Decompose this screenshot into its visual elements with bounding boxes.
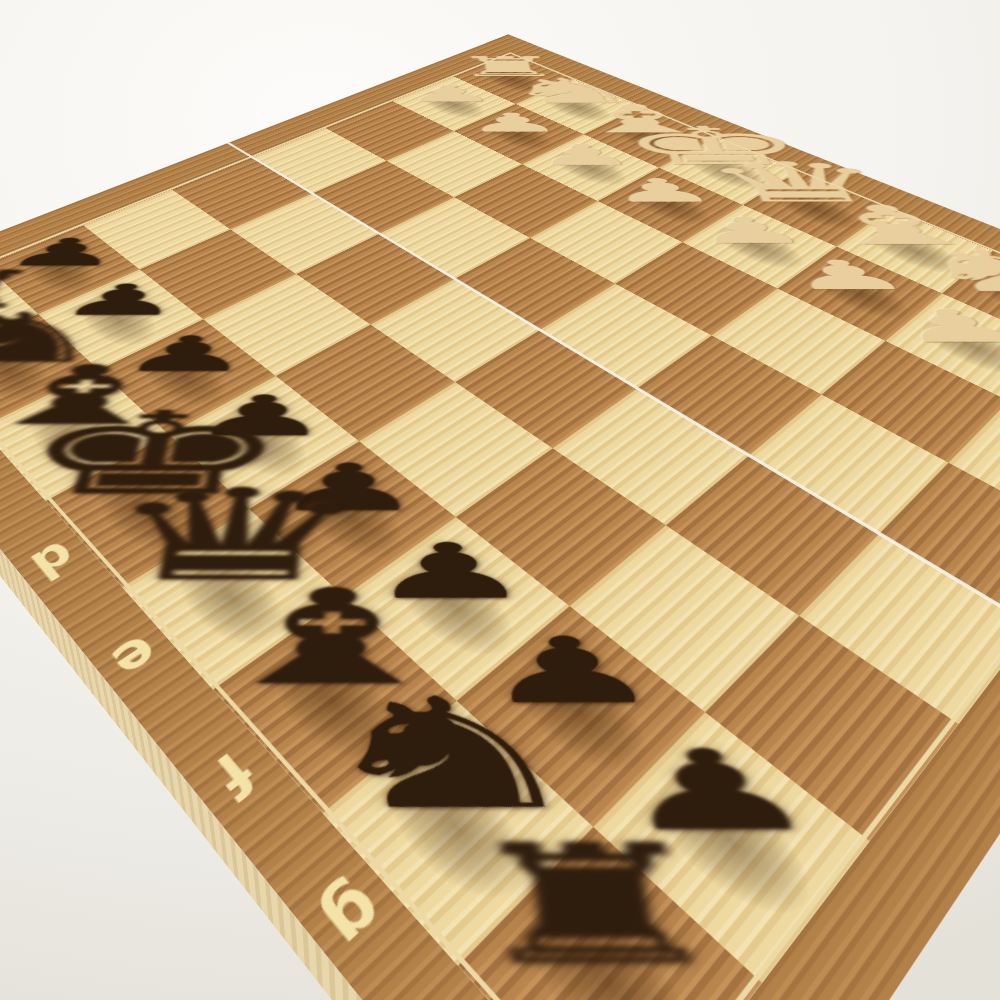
queen-glyph: ♛	[76, 474, 376, 601]
square-f7: ♟	[344, 517, 570, 701]
square-g6	[570, 525, 800, 712]
square-g5	[666, 455, 879, 615]
piece-shadow	[160, 538, 303, 661]
pawn-glyph: ♟	[476, 626, 671, 718]
bishop-glyph: ♝	[186, 573, 470, 706]
square-g2: ♟	[886, 293, 1000, 400]
square-g3	[822, 341, 1000, 463]
square-h8: ♜	[458, 827, 762, 1000]
square-e5	[455, 330, 637, 448]
piece-shadow	[254, 631, 414, 779]
king-glyph: ♚	[0, 398, 298, 513]
knight-glyph: ♞	[302, 680, 602, 834]
pawn-glyph: ♟	[367, 534, 537, 611]
square-f6	[456, 448, 666, 606]
square-f4	[637, 335, 821, 455]
square-d8: ♚	[46, 434, 249, 587]
pawn-glyph: ♟	[464, 110, 565, 136]
square-f8: ♝	[213, 597, 457, 814]
square-h3	[949, 401, 1000, 542]
square-h7: ♟	[593, 712, 869, 983]
rook-glyph: ♜	[453, 826, 749, 992]
piece-shadow	[284, 467, 420, 573]
pawn-glyph: ♟	[404, 82, 498, 105]
square-h5	[799, 534, 1000, 724]
square-f5	[553, 388, 749, 525]
square-e6	[359, 382, 553, 517]
piece-shadow	[635, 755, 831, 940]
piece-shadow	[506, 878, 717, 1000]
piece-shadow	[381, 547, 533, 672]
pawn-glyph: ♟	[686, 213, 816, 249]
piece-shadow	[496, 641, 667, 792]
square-g7: ♟	[457, 606, 705, 827]
perspective-scene: ♜♞♝♚♛♝♞♜♟♟♟♟♟♟♟♟♟♟♟♟♟♟♟♟♜♞♝♚♛♝♞♜ abcdefg…	[0, 0, 1000, 1000]
square-g8: ♞	[323, 701, 594, 966]
chess-product-photo: ♜♞♝♚♛♝♞♜♟♟♟♟♟♟♟♟♟♟♟♟♟♟♟♟♜♞♝♚♛♝♞♜ abcdefg…	[0, 0, 1000, 1000]
pawn-glyph: ♟	[880, 304, 1000, 350]
chessboard: ♜♞♝♚♛♝♞♜♟♟♟♟♟♟♟♟♟♟♟♟♟♟♟♟♜♞♝♚♛♝♞♜ abcdefg…	[0, 35, 1000, 1000]
pawn-glyph: ♟	[605, 737, 832, 848]
